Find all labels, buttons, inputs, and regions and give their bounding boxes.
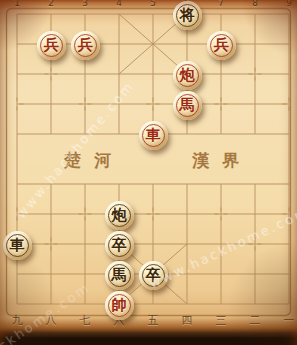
piece-red-general[interactable]: 帥 [105, 291, 134, 320]
piece-glyph: 馬 [112, 268, 127, 283]
piece-black-chariot[interactable]: 車 [3, 231, 32, 260]
piece-red-chariot[interactable]: 車 [139, 121, 168, 150]
piece-black-horse[interactable]: 馬 [105, 261, 134, 290]
piece-glyph: 馬 [180, 98, 195, 113]
piece-glyph: 帥 [112, 298, 127, 313]
piece-red-soldier-2[interactable]: 兵 [71, 31, 100, 60]
piece-glyph: 車 [146, 128, 161, 143]
piece-glyph: 卒 [146, 268, 161, 283]
piece-black-cannon[interactable]: 炮 [105, 201, 134, 230]
piece-red-cannon[interactable]: 炮 [173, 61, 202, 90]
piece-red-soldier-1[interactable]: 兵 [37, 31, 66, 60]
piece-glyph: 卒 [112, 238, 127, 253]
piece-black-general[interactable]: 将 [173, 1, 202, 30]
piece-glyph: 炮 [112, 208, 127, 223]
piece-glyph: 車 [10, 238, 25, 253]
piece-glyph: 兵 [214, 38, 229, 53]
piece-black-soldier-1[interactable]: 卒 [105, 231, 134, 260]
piece-glyph: 兵 [44, 38, 59, 53]
piece-glyph: 炮 [180, 68, 195, 83]
piece-red-soldier-3[interactable]: 兵 [207, 31, 236, 60]
piece-red-horse[interactable]: 馬 [173, 91, 202, 120]
piece-glyph: 将 [180, 8, 195, 23]
xiangqi-board-screen: 123456789 九八七六五四三二一 楚河 漢界 将兵兵兵炮馬車炮車卒馬卒帥 … [0, 0, 297, 345]
piece-glyph: 兵 [78, 38, 93, 53]
piece-black-soldier-2[interactable]: 卒 [139, 261, 168, 290]
pieces-layer[interactable]: 将兵兵兵炮馬車炮車卒馬卒帥 [0, 0, 297, 345]
